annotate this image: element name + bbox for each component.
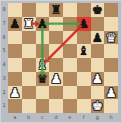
square-d5[interactable] <box>49 44 63 58</box>
file-label-h: h <box>104 113 118 123</box>
square-b2[interactable] <box>22 86 36 100</box>
black-king[interactable]: ♚ <box>92 3 103 17</box>
square-e8[interactable] <box>63 3 77 17</box>
black-queen[interactable]: ♛ <box>37 71 48 85</box>
square-c1[interactable] <box>36 99 50 113</box>
square-a1[interactable] <box>8 99 22 113</box>
black-rook[interactable]: ♜ <box>51 3 62 17</box>
rank-label-2: 2 <box>0 86 8 100</box>
square-e4[interactable] <box>63 58 77 72</box>
square-g6[interactable]: ♟ <box>91 31 105 45</box>
square-g5[interactable] <box>91 44 105 58</box>
rank-label-7: 7 <box>0 17 8 31</box>
white-pawn[interactable]: ♟ <box>106 85 117 99</box>
square-b6[interactable] <box>22 31 36 45</box>
rank-labels: 87654321 <box>0 3 8 113</box>
square-c2[interactable] <box>36 86 50 100</box>
square-g1[interactable]: ♚ <box>91 99 105 113</box>
square-f5[interactable]: ♝ <box>77 44 91 58</box>
file-label-d: d <box>49 113 63 123</box>
black-pawn[interactable]: ♟ <box>37 16 48 30</box>
black-bishop[interactable]: ♝ <box>78 44 89 58</box>
black-pawn[interactable]: ♟ <box>92 30 103 44</box>
square-d2[interactable] <box>49 86 63 100</box>
square-b1[interactable] <box>22 99 36 113</box>
rank-label-6: 6 <box>0 31 8 45</box>
rank-label-1: 1 <box>0 99 8 113</box>
square-d7[interactable] <box>49 17 63 31</box>
white-pawn[interactable]: ♟ <box>92 71 103 85</box>
square-a6[interactable] <box>8 31 22 45</box>
square-b5[interactable] <box>22 44 36 58</box>
file-label-e: e <box>63 113 77 123</box>
file-label-a: a <box>8 113 22 123</box>
file-label-c: c <box>36 113 50 123</box>
square-g8[interactable]: ♚ <box>91 3 105 17</box>
black-pawn[interactable]: ♟ <box>78 16 89 30</box>
square-f3[interactable] <box>77 72 91 86</box>
file-label-f: f <box>77 113 91 123</box>
white-queen[interactable]: ♛ <box>106 30 117 44</box>
square-h8[interactable] <box>104 3 118 17</box>
square-b7[interactable]: ♜ <box>22 17 36 31</box>
square-f2[interactable] <box>77 86 91 100</box>
square-a4[interactable] <box>8 58 22 72</box>
white-rook[interactable]: ♜ <box>23 16 34 30</box>
square-a5[interactable] <box>8 44 22 58</box>
white-pawn[interactable]: ♟ <box>51 71 62 85</box>
square-b3[interactable] <box>22 72 36 86</box>
rank-label-3: 3 <box>0 72 8 86</box>
rank-label-4: 4 <box>0 58 8 72</box>
square-d8[interactable]: ♜ <box>49 3 63 17</box>
white-pawn[interactable]: ♟ <box>9 85 20 99</box>
rank-label-5: 5 <box>0 44 8 58</box>
square-e7[interactable] <box>63 17 77 31</box>
white-bishop[interactable]: ♝ <box>37 58 48 72</box>
square-e3[interactable] <box>63 72 77 86</box>
square-d1[interactable] <box>49 99 63 113</box>
square-e1[interactable] <box>63 99 77 113</box>
square-e6[interactable] <box>63 31 77 45</box>
square-f4[interactable] <box>77 58 91 72</box>
chess-diagram: ♜♚♟♜♟♟♟♛♝♝♛♟♟♟♟♚ abcdefgh 87654321 <box>0 0 122 123</box>
square-b4[interactable] <box>22 58 36 72</box>
square-h1[interactable] <box>104 99 118 113</box>
square-h2[interactable]: ♟ <box>104 86 118 100</box>
square-a2[interactable]: ♟ <box>8 86 22 100</box>
square-g3[interactable]: ♟ <box>91 72 105 86</box>
square-e2[interactable] <box>63 86 77 100</box>
square-h6[interactable]: ♛ <box>104 31 118 45</box>
square-d3[interactable]: ♟ <box>49 72 63 86</box>
square-f1[interactable] <box>77 99 91 113</box>
square-c7[interactable]: ♟ <box>36 17 50 31</box>
square-f7[interactable]: ♟ <box>77 17 91 31</box>
square-c6[interactable] <box>36 31 50 45</box>
file-labels: abcdefgh <box>8 113 118 123</box>
square-e5[interactable] <box>63 44 77 58</box>
square-d6[interactable] <box>49 31 63 45</box>
chess-board[interactable]: ♜♚♟♜♟♟♟♛♝♝♛♟♟♟♟♚ <box>8 3 118 113</box>
file-label-b: b <box>22 113 36 123</box>
square-c3[interactable]: ♛ <box>36 72 50 86</box>
square-h4[interactable] <box>104 58 118 72</box>
square-h5[interactable] <box>104 44 118 58</box>
white-king[interactable]: ♚ <box>92 99 103 113</box>
file-label-g: g <box>91 113 105 123</box>
black-pawn[interactable]: ♟ <box>9 16 20 30</box>
rank-label-8: 8 <box>0 3 8 17</box>
square-a7[interactable]: ♟ <box>8 17 22 31</box>
